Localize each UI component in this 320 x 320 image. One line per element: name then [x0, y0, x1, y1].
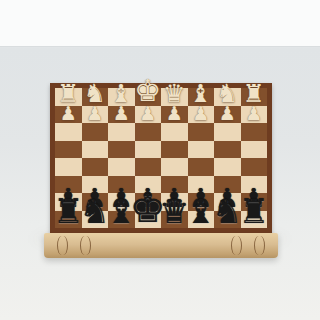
piece-wP-d2: ♟ [166, 104, 183, 123]
square-c5[interactable] [188, 158, 215, 176]
spine-groove-mark [254, 236, 265, 255]
square-f7[interactable]: ♟ [108, 193, 135, 211]
square-h6[interactable] [55, 176, 82, 194]
square-h5[interactable] [55, 158, 82, 176]
square-g7[interactable]: ♟ [82, 193, 109, 211]
chess-board: ♜♞♝♚♛♝♞♜♟♟♟♟♟♟♟♟♟♟♟♟♟♟♟♟♜♞♝♚♛♝♞♜ [50, 83, 272, 233]
square-b8[interactable]: ♞ [214, 211, 241, 229]
square-g3[interactable] [82, 123, 109, 141]
square-b5[interactable] [214, 158, 241, 176]
chess-board-grid: ♜♞♝♚♛♝♞♜♟♟♟♟♟♟♟♟♟♟♟♟♟♟♟♟♜♞♝♚♛♝♞♜ [55, 88, 267, 228]
square-d7[interactable]: ♟ [161, 193, 188, 211]
piece-wP-c2: ♟ [192, 104, 209, 123]
piece-wR-a1: ♜ [243, 81, 265, 106]
square-e1[interactable]: ♚ [135, 88, 162, 106]
piece-wP-b2: ♟ [219, 104, 236, 123]
square-f4[interactable] [108, 141, 135, 159]
square-g8[interactable]: ♞ [82, 211, 109, 229]
square-g5[interactable] [82, 158, 109, 176]
square-a1[interactable]: ♜ [241, 88, 268, 106]
square-d4[interactable] [161, 141, 188, 159]
piece-wN-b1: ♞ [216, 81, 238, 106]
square-d5[interactable] [161, 158, 188, 176]
square-b4[interactable] [214, 141, 241, 159]
square-e3[interactable] [135, 123, 162, 141]
square-a7[interactable]: ♟ [241, 193, 268, 211]
square-a8[interactable]: ♜ [241, 211, 268, 229]
spine-groove-mark [80, 236, 91, 255]
square-d2[interactable]: ♟ [161, 106, 188, 124]
square-h2[interactable]: ♟ [55, 106, 82, 124]
square-f8[interactable]: ♝ [108, 211, 135, 229]
square-d1[interactable]: ♛ [161, 88, 188, 106]
square-a6[interactable] [241, 176, 268, 194]
piece-wB-f1: ♝ [110, 81, 132, 106]
piece-wK-e1: ♚ [134, 76, 161, 106]
square-h4[interactable] [55, 141, 82, 159]
square-e5[interactable] [135, 158, 162, 176]
square-h8[interactable]: ♜ [55, 211, 82, 229]
square-e6[interactable] [135, 176, 162, 194]
piece-wR-h1: ♜ [57, 81, 79, 106]
piece-wP-f2: ♟ [113, 104, 130, 123]
square-f5[interactable] [108, 158, 135, 176]
square-b7[interactable]: ♟ [214, 193, 241, 211]
square-a5[interactable] [241, 158, 268, 176]
piece-wP-h2: ♟ [60, 104, 77, 123]
square-d8[interactable]: ♛ [161, 211, 188, 229]
backdrop-wall [0, 0, 320, 47]
piece-wQ-d1: ♛ [163, 81, 185, 106]
square-e7[interactable]: ♟ [135, 193, 162, 211]
square-e8[interactable]: ♚ [135, 211, 162, 229]
piece-wB-c1: ♝ [190, 81, 212, 106]
square-d6[interactable] [161, 176, 188, 194]
board-box-spine [44, 233, 278, 258]
square-c3[interactable] [188, 123, 215, 141]
photo-scene: ♜♞♝♚♛♝♞♜♟♟♟♟♟♟♟♟♟♟♟♟♟♟♟♟♜♞♝♚♛♝♞♜ [0, 0, 320, 320]
square-h7[interactable]: ♟ [55, 193, 82, 211]
square-c1[interactable]: ♝ [188, 88, 215, 106]
piece-wP-a2: ♟ [245, 104, 262, 123]
square-c4[interactable] [188, 141, 215, 159]
square-b2[interactable]: ♟ [214, 106, 241, 124]
square-h3[interactable] [55, 123, 82, 141]
square-d3[interactable] [161, 123, 188, 141]
square-g1[interactable]: ♞ [82, 88, 109, 106]
piece-wP-g2: ♟ [86, 104, 103, 123]
piece-wP-e2: ♟ [139, 104, 156, 123]
square-e2[interactable]: ♟ [135, 106, 162, 124]
square-h1[interactable]: ♜ [55, 88, 82, 106]
square-c8[interactable]: ♝ [188, 211, 215, 229]
square-c2[interactable]: ♟ [188, 106, 215, 124]
square-b3[interactable] [214, 123, 241, 141]
square-c6[interactable] [188, 176, 215, 194]
square-b1[interactable]: ♞ [214, 88, 241, 106]
square-a3[interactable] [241, 123, 268, 141]
square-g4[interactable] [82, 141, 109, 159]
square-g6[interactable] [82, 176, 109, 194]
spine-groove-mark [231, 236, 242, 255]
square-f1[interactable]: ♝ [108, 88, 135, 106]
square-a2[interactable]: ♟ [241, 106, 268, 124]
square-g2[interactable]: ♟ [82, 106, 109, 124]
square-f6[interactable] [108, 176, 135, 194]
square-c7[interactable]: ♟ [188, 193, 215, 211]
piece-wN-g1: ♞ [84, 81, 106, 106]
square-f3[interactable] [108, 123, 135, 141]
spine-groove-mark [57, 236, 68, 255]
square-f2[interactable]: ♟ [108, 106, 135, 124]
square-e4[interactable] [135, 141, 162, 159]
square-a4[interactable] [241, 141, 268, 159]
square-b6[interactable] [214, 176, 241, 194]
